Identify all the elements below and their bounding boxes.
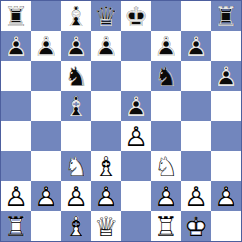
square-d3[interactable]: ♝♗ bbox=[91, 151, 121, 181]
black-rook-outline: ♖ bbox=[1, 1, 31, 31]
white-rook-outline: ♖ bbox=[1, 211, 31, 241]
square-b3[interactable] bbox=[31, 151, 61, 181]
square-c4[interactable] bbox=[61, 121, 91, 151]
square-d5[interactable] bbox=[91, 91, 121, 121]
white-pawn: ♟♙ bbox=[61, 181, 91, 211]
white-pawn-outline: ♙ bbox=[1, 181, 31, 211]
square-c1[interactable]: ♝♗ bbox=[61, 211, 91, 241]
black-pawn-outline: ♙ bbox=[151, 31, 181, 61]
white-knight-outline: ♘ bbox=[61, 151, 91, 181]
white-knight: ♞♘ bbox=[151, 151, 181, 181]
square-c5[interactable]: ♝♗ bbox=[61, 91, 91, 121]
black-pawn: ♟♙ bbox=[151, 31, 181, 61]
black-rook-outline: ♖ bbox=[211, 1, 241, 31]
black-rook: ♜♖ bbox=[211, 1, 241, 31]
white-pawn-outline: ♙ bbox=[151, 181, 181, 211]
black-pawn: ♟♙ bbox=[61, 31, 91, 61]
square-f6[interactable]: ♞♘ bbox=[151, 61, 181, 91]
square-d1[interactable]: ♛♕ bbox=[91, 211, 121, 241]
square-f7[interactable]: ♟♙ bbox=[151, 31, 181, 61]
square-b5[interactable] bbox=[31, 91, 61, 121]
white-pawn: ♟♙ bbox=[91, 181, 121, 211]
square-g4[interactable] bbox=[181, 121, 211, 151]
square-d4[interactable] bbox=[91, 121, 121, 151]
black-queen-outline: ♕ bbox=[91, 1, 121, 31]
white-rook: ♜♖ bbox=[151, 211, 181, 241]
black-bishop: ♝♗ bbox=[61, 91, 91, 121]
square-a4[interactable] bbox=[1, 121, 31, 151]
square-g2[interactable]: ♟♙ bbox=[181, 181, 211, 211]
square-c2[interactable]: ♟♙ bbox=[61, 181, 91, 211]
square-d8[interactable]: ♛♕ bbox=[91, 1, 121, 31]
square-a3[interactable] bbox=[1, 151, 31, 181]
black-pawn-outline: ♙ bbox=[211, 61, 241, 91]
white-pawn: ♟♙ bbox=[211, 181, 241, 211]
square-d6[interactable] bbox=[91, 61, 121, 91]
black-knight: ♞♘ bbox=[61, 61, 91, 91]
square-e5[interactable]: ♟♙ bbox=[121, 91, 151, 121]
black-pawn-outline: ♙ bbox=[31, 31, 61, 61]
black-pawn: ♟♙ bbox=[181, 31, 211, 61]
white-queen-outline: ♕ bbox=[91, 211, 121, 241]
square-c7[interactable]: ♟♙ bbox=[61, 31, 91, 61]
square-b8[interactable] bbox=[31, 1, 61, 31]
black-pawn-outline: ♙ bbox=[181, 31, 211, 61]
black-pawn: ♟♙ bbox=[121, 91, 151, 121]
square-e6[interactable] bbox=[121, 61, 151, 91]
black-pawn-outline: ♙ bbox=[61, 31, 91, 61]
square-f4[interactable] bbox=[151, 121, 181, 151]
square-f3[interactable]: ♞♘ bbox=[151, 151, 181, 181]
square-h5[interactable] bbox=[211, 91, 241, 121]
square-h8[interactable]: ♜♖ bbox=[211, 1, 241, 31]
white-pawn-outline: ♙ bbox=[91, 181, 121, 211]
square-b1[interactable] bbox=[31, 211, 61, 241]
square-h7[interactable] bbox=[211, 31, 241, 61]
square-a7[interactable]: ♟♙ bbox=[1, 31, 31, 61]
white-bishop: ♝♗ bbox=[91, 151, 121, 181]
square-h3[interactable] bbox=[211, 151, 241, 181]
square-g5[interactable] bbox=[181, 91, 211, 121]
black-knight: ♞♘ bbox=[151, 61, 181, 91]
square-c8[interactable]: ♝♗ bbox=[61, 1, 91, 31]
black-rook: ♜♖ bbox=[1, 1, 31, 31]
square-a8[interactable]: ♜♖ bbox=[1, 1, 31, 31]
square-c3[interactable]: ♞♘ bbox=[61, 151, 91, 181]
square-g7[interactable]: ♟♙ bbox=[181, 31, 211, 61]
square-f2[interactable]: ♟♙ bbox=[151, 181, 181, 211]
white-rook-outline: ♖ bbox=[151, 211, 181, 241]
square-a5[interactable] bbox=[1, 91, 31, 121]
white-pawn-outline: ♙ bbox=[181, 181, 211, 211]
black-pawn-outline: ♙ bbox=[121, 91, 151, 121]
square-e1[interactable] bbox=[121, 211, 151, 241]
square-e8[interactable]: ♚♔ bbox=[121, 1, 151, 31]
square-a1[interactable]: ♜♖ bbox=[1, 211, 31, 241]
square-f5[interactable] bbox=[151, 91, 181, 121]
square-a2[interactable]: ♟♙ bbox=[1, 181, 31, 211]
black-bishop-outline: ♗ bbox=[61, 1, 91, 31]
white-pawn: ♟♙ bbox=[1, 181, 31, 211]
square-d2[interactable]: ♟♙ bbox=[91, 181, 121, 211]
chess-board: ♜♖♝♗♛♕♚♔♜♖♟♙♟♙♟♙♟♙♟♙♟♙♞♘♞♘♟♙♝♗♟♙♟♙♞♘♝♗♞♘… bbox=[0, 0, 242, 242]
white-pawn-outline: ♙ bbox=[31, 181, 61, 211]
black-pawn: ♟♙ bbox=[1, 31, 31, 61]
black-queen: ♛♕ bbox=[91, 1, 121, 31]
black-bishop: ♝♗ bbox=[61, 1, 91, 31]
black-king-outline: ♔ bbox=[121, 1, 151, 31]
square-g1[interactable]: ♚♔ bbox=[181, 211, 211, 241]
white-pawn-outline: ♙ bbox=[211, 181, 241, 211]
black-knight-outline: ♘ bbox=[151, 61, 181, 91]
square-g6[interactable] bbox=[181, 61, 211, 91]
black-pawn: ♟♙ bbox=[91, 31, 121, 61]
black-bishop-outline: ♗ bbox=[61, 91, 91, 121]
white-knight: ♞♘ bbox=[61, 151, 91, 181]
square-e2[interactable] bbox=[121, 181, 151, 211]
white-king-outline: ♔ bbox=[181, 211, 211, 241]
white-queen: ♛♕ bbox=[91, 211, 121, 241]
square-b2[interactable]: ♟♙ bbox=[31, 181, 61, 211]
white-king: ♚♔ bbox=[181, 211, 211, 241]
black-pawn: ♟♙ bbox=[31, 31, 61, 61]
white-pawn: ♟♙ bbox=[181, 181, 211, 211]
white-bishop-outline: ♗ bbox=[91, 151, 121, 181]
square-a6[interactable] bbox=[1, 61, 31, 91]
square-b4[interactable] bbox=[31, 121, 61, 151]
black-king: ♚♔ bbox=[121, 1, 151, 31]
square-b7[interactable]: ♟♙ bbox=[31, 31, 61, 61]
white-pawn: ♟♙ bbox=[31, 181, 61, 211]
square-f8[interactable] bbox=[151, 1, 181, 31]
white-bishop-outline: ♗ bbox=[61, 211, 91, 241]
square-h4[interactable] bbox=[211, 121, 241, 151]
square-g3[interactable] bbox=[181, 151, 211, 181]
square-b6[interactable] bbox=[31, 61, 61, 91]
square-e3[interactable] bbox=[121, 151, 151, 181]
white-pawn-outline: ♙ bbox=[61, 181, 91, 211]
black-knight-outline: ♘ bbox=[61, 61, 91, 91]
square-c6[interactable]: ♞♘ bbox=[61, 61, 91, 91]
black-pawn-outline: ♙ bbox=[91, 31, 121, 61]
square-d7[interactable]: ♟♙ bbox=[91, 31, 121, 61]
square-h2[interactable]: ♟♙ bbox=[211, 181, 241, 211]
square-e7[interactable] bbox=[121, 31, 151, 61]
square-g8[interactable] bbox=[181, 1, 211, 31]
square-f1[interactable]: ♜♖ bbox=[151, 211, 181, 241]
square-e4[interactable]: ♟♙ bbox=[121, 121, 151, 151]
black-pawn-outline: ♙ bbox=[1, 31, 31, 61]
white-pawn-outline: ♙ bbox=[121, 121, 151, 151]
black-pawn: ♟♙ bbox=[211, 61, 241, 91]
white-pawn: ♟♙ bbox=[151, 181, 181, 211]
white-pawn: ♟♙ bbox=[121, 121, 151, 151]
white-rook: ♜♖ bbox=[1, 211, 31, 241]
white-knight-outline: ♘ bbox=[151, 151, 181, 181]
square-h1[interactable] bbox=[211, 211, 241, 241]
square-h6[interactable]: ♟♙ bbox=[211, 61, 241, 91]
white-bishop: ♝♗ bbox=[61, 211, 91, 241]
